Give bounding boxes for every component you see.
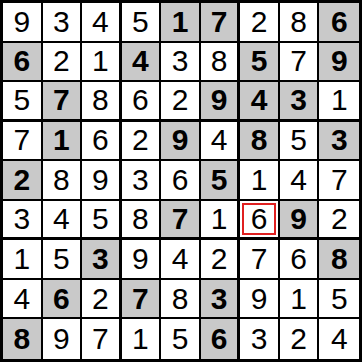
digit: 5 <box>211 165 228 195</box>
cell-r8c4[interactable]: 7 <box>122 280 162 320</box>
digit: 4 <box>13 284 30 314</box>
cell-r6c6[interactable]: 1 <box>201 201 241 241</box>
digit: 4 <box>331 324 348 354</box>
cell-r4c9[interactable]: 3 <box>319 122 359 162</box>
digit: 2 <box>251 7 268 37</box>
cell-r9c7[interactable]: 3 <box>240 319 280 359</box>
digit: 3 <box>53 7 70 37</box>
cell-r4c3[interactable]: 6 <box>82 122 122 162</box>
cell-r9c2[interactable]: 9 <box>43 319 83 359</box>
cell-r5c7[interactable]: 1 <box>240 161 280 201</box>
cell-r2c5[interactable]: 3 <box>161 43 201 83</box>
cell-r5c9[interactable]: 7 <box>319 161 359 201</box>
cell-r5c5[interactable]: 6 <box>161 161 201 201</box>
cell-r7c9[interactable]: 8 <box>319 240 359 280</box>
cell-r3c2[interactable]: 7 <box>43 82 83 122</box>
digit: 4 <box>92 7 109 37</box>
cell-r9c3[interactable]: 7 <box>82 319 122 359</box>
digit: 9 <box>290 204 307 234</box>
digit: 6 <box>13 46 30 76</box>
digit: 1 <box>53 125 70 155</box>
digit: 9 <box>132 244 149 274</box>
digit: 1 <box>92 46 109 76</box>
cell-r4c1[interactable]: 7 <box>3 122 43 162</box>
cell-r6c2[interactable]: 4 <box>43 201 83 241</box>
cell-r7c7[interactable]: 7 <box>240 240 280 280</box>
cell-r7c8[interactable]: 6 <box>280 240 320 280</box>
cell-r2c1[interactable]: 6 <box>3 43 43 83</box>
cell-r1c4[interactable]: 5 <box>122 3 162 43</box>
cell-r6c9[interactable]: 2 <box>319 201 359 241</box>
digit: 1 <box>211 204 228 234</box>
digit: 6 <box>92 125 109 155</box>
digit: 2 <box>13 165 30 195</box>
cell-r8c3[interactable]: 2 <box>82 280 122 320</box>
digit: 5 <box>13 85 30 115</box>
cell-r1c1[interactable]: 9 <box>3 3 43 43</box>
cell-r6c8[interactable]: 9 <box>280 201 320 241</box>
cell-r3c9[interactable]: 1 <box>319 82 359 122</box>
cell-r7c1[interactable]: 1 <box>3 240 43 280</box>
digit: 7 <box>92 324 109 354</box>
digit: 8 <box>132 204 149 234</box>
digit: 9 <box>92 165 109 195</box>
cell-r1c5[interactable]: 1 <box>161 3 201 43</box>
digit: 7 <box>211 7 228 37</box>
cell-r4c4[interactable]: 2 <box>122 122 162 162</box>
cell-r4c6[interactable]: 4 <box>201 122 241 162</box>
digit: 3 <box>13 204 30 234</box>
digit: 7 <box>331 165 348 195</box>
cell-r8c9[interactable]: 5 <box>319 280 359 320</box>
digit: 3 <box>331 125 348 155</box>
cell-r8c8[interactable]: 1 <box>280 280 320 320</box>
digit: 4 <box>53 204 70 234</box>
digit: 9 <box>13 7 30 37</box>
cell-r9c8[interactable]: 2 <box>280 319 320 359</box>
digit: 6 <box>172 165 189 195</box>
digit: 3 <box>92 244 109 274</box>
digit: 1 <box>290 284 307 314</box>
digit: 1 <box>172 7 189 37</box>
cell-r8c2[interactable]: 6 <box>43 280 83 320</box>
digit: 9 <box>211 85 228 115</box>
digit: 1 <box>13 244 30 274</box>
digit: 7 <box>13 125 30 155</box>
digit: 5 <box>251 46 268 76</box>
cell-r8c7[interactable]: 9 <box>240 280 280 320</box>
digit: 4 <box>290 165 307 195</box>
cell-r3c4[interactable]: 6 <box>122 82 162 122</box>
digit: 2 <box>92 284 109 314</box>
cell-r9c1[interactable]: 8 <box>3 319 43 359</box>
cell-r2c9[interactable]: 9 <box>319 43 359 83</box>
cell-r1c7[interactable]: 2 <box>240 3 280 43</box>
digit: 8 <box>211 46 228 76</box>
cell-r6c1[interactable]: 3 <box>3 201 43 241</box>
digit: 5 <box>92 204 109 234</box>
digit: 4 <box>172 244 189 274</box>
cell-r7c6[interactable]: 2 <box>201 240 241 280</box>
digit: 3 <box>290 85 307 115</box>
digit: 5 <box>53 244 70 274</box>
digit: 8 <box>290 7 307 37</box>
cell-r7c2[interactable]: 5 <box>43 240 83 280</box>
digit: 2 <box>211 244 228 274</box>
digit: 6 <box>132 85 149 115</box>
sudoku-board: 9345172866214385795786294317162948532893… <box>0 0 362 362</box>
cell-r6c7[interactable]: 6 <box>240 201 280 241</box>
cell-r1c9[interactable]: 6 <box>319 3 359 43</box>
cell-r6c3[interactable]: 5 <box>82 201 122 241</box>
cell-r2c6[interactable]: 8 <box>201 43 241 83</box>
cell-r9c4[interactable]: 1 <box>122 319 162 359</box>
cell-r7c4[interactable]: 9 <box>122 240 162 280</box>
digit: 6 <box>211 324 228 354</box>
digit: 4 <box>251 85 268 115</box>
digit: 8 <box>92 85 109 115</box>
cell-r1c2[interactable]: 3 <box>43 3 83 43</box>
digit: 9 <box>172 125 189 155</box>
cell-r8c6[interactable]: 3 <box>201 280 241 320</box>
cell-r5c6[interactable]: 5 <box>201 161 241 201</box>
digit: 8 <box>251 125 268 155</box>
cell-r1c6[interactable]: 7 <box>201 3 241 43</box>
cell-r5c1[interactable]: 2 <box>3 161 43 201</box>
cell-r9c5[interactable]: 5 <box>161 319 201 359</box>
digit: 3 <box>172 46 189 76</box>
cell-r3c1[interactable]: 5 <box>3 82 43 122</box>
digit: 9 <box>53 324 70 354</box>
cell-r7c5[interactable]: 4 <box>161 240 201 280</box>
cell-r3c6[interactable]: 9 <box>201 82 241 122</box>
digit: 1 <box>331 85 348 115</box>
digit: 7 <box>132 284 149 314</box>
cell-r7c3[interactable]: 3 <box>82 240 122 280</box>
digit: 5 <box>331 284 348 314</box>
cell-r3c5[interactable]: 2 <box>161 82 201 122</box>
cell-r3c8[interactable]: 3 <box>280 82 320 122</box>
cell-r5c2[interactable]: 8 <box>43 161 83 201</box>
cell-r3c3[interactable]: 8 <box>82 82 122 122</box>
cell-r9c9[interactable]: 4 <box>319 319 359 359</box>
cell-r3c7[interactable]: 4 <box>240 82 280 122</box>
digit: 6 <box>53 284 70 314</box>
cell-r5c3[interactable]: 9 <box>82 161 122 201</box>
digit: 9 <box>251 284 268 314</box>
cell-r5c8[interactable]: 4 <box>280 161 320 201</box>
digit: 7 <box>290 46 307 76</box>
cell-r2c3[interactable]: 1 <box>82 43 122 83</box>
digit: 5 <box>132 7 149 37</box>
cell-r8c1[interactable]: 4 <box>3 280 43 320</box>
digit: 6 <box>251 204 268 234</box>
digit: 2 <box>331 204 348 234</box>
digit: 7 <box>172 204 189 234</box>
digit: 2 <box>172 85 189 115</box>
digit: 2 <box>53 46 70 76</box>
digit: 6 <box>331 7 348 37</box>
digit: 8 <box>13 324 30 354</box>
cell-r6c5[interactable]: 7 <box>161 201 201 241</box>
cell-r1c3[interactable]: 4 <box>82 3 122 43</box>
digit: 8 <box>331 244 348 274</box>
cell-r4c5[interactable]: 9 <box>161 122 201 162</box>
digit: 6 <box>290 244 307 274</box>
cell-r2c7[interactable]: 5 <box>240 43 280 83</box>
digit: 3 <box>211 284 228 314</box>
digit: 4 <box>132 46 149 76</box>
digit: 4 <box>211 125 228 155</box>
digit: 1 <box>132 324 149 354</box>
cell-r4c2[interactable]: 1 <box>43 122 83 162</box>
digit: 5 <box>172 324 189 354</box>
digit: 1 <box>251 165 268 195</box>
cell-r4c7[interactable]: 8 <box>240 122 280 162</box>
digit: 2 <box>290 324 307 354</box>
digit: 3 <box>251 324 268 354</box>
cell-r4c8[interactable]: 5 <box>280 122 320 162</box>
digit: 8 <box>172 284 189 314</box>
cell-r6c4[interactable]: 8 <box>122 201 162 241</box>
cell-r2c8[interactable]: 7 <box>280 43 320 83</box>
digit: 3 <box>132 165 149 195</box>
digit: 7 <box>53 85 70 115</box>
digit: 7 <box>251 244 268 274</box>
digit: 2 <box>132 125 149 155</box>
cell-r2c2[interactable]: 2 <box>43 43 83 83</box>
cell-r1c8[interactable]: 8 <box>280 3 320 43</box>
digit: 8 <box>53 165 70 195</box>
digit: 5 <box>290 125 307 155</box>
cell-r8c5[interactable]: 8 <box>161 280 201 320</box>
digit: 9 <box>331 46 348 76</box>
cell-r9c6[interactable]: 6 <box>201 319 241 359</box>
cell-r5c4[interactable]: 3 <box>122 161 162 201</box>
cell-r2c4[interactable]: 4 <box>122 43 162 83</box>
